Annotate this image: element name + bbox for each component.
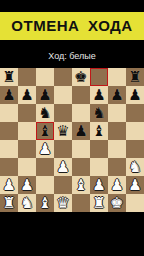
white-pawn-icon: ♟ bbox=[20, 176, 33, 194]
square-f5[interactable]: ♝ bbox=[90, 122, 108, 140]
square-g8[interactable] bbox=[108, 68, 126, 86]
square-f8[interactable] bbox=[90, 68, 108, 86]
square-d1[interactable]: ♛ bbox=[54, 194, 72, 212]
white-knight-icon: ♞ bbox=[20, 194, 33, 212]
square-d8[interactable] bbox=[54, 68, 72, 86]
black-king-icon: ♚ bbox=[74, 68, 87, 86]
square-d3[interactable]: ♟ bbox=[54, 158, 72, 176]
square-c3[interactable] bbox=[36, 158, 54, 176]
square-f3[interactable] bbox=[90, 158, 108, 176]
square-g2[interactable]: ♟ bbox=[108, 176, 126, 194]
square-c5[interactable]: ♝ bbox=[36, 122, 54, 140]
square-a7[interactable]: ♟ bbox=[0, 86, 18, 104]
square-g1[interactable]: ♚ bbox=[108, 194, 126, 212]
square-d5[interactable]: ♛ bbox=[54, 122, 72, 140]
square-a4[interactable] bbox=[0, 140, 18, 158]
turn-status-label: Ход: белые bbox=[0, 51, 144, 61]
square-h4[interactable] bbox=[126, 140, 144, 158]
square-a6[interactable] bbox=[0, 104, 18, 122]
black-pawn-icon: ♟ bbox=[20, 86, 33, 104]
square-f6[interactable]: ♞ bbox=[90, 104, 108, 122]
black-knight-icon: ♞ bbox=[38, 104, 51, 122]
black-pawn-icon: ♟ bbox=[110, 86, 123, 104]
square-h8[interactable]: ♜ bbox=[126, 68, 144, 86]
square-c2[interactable] bbox=[36, 176, 54, 194]
square-a2[interactable]: ♟ bbox=[0, 176, 18, 194]
square-c6[interactable]: ♞ bbox=[36, 104, 54, 122]
square-h7[interactable]: ♟ bbox=[126, 86, 144, 104]
square-h1[interactable] bbox=[126, 194, 144, 212]
square-d4[interactable] bbox=[54, 140, 72, 158]
square-g7[interactable]: ♟ bbox=[108, 86, 126, 104]
square-a5[interactable] bbox=[0, 122, 18, 140]
chess-board: ♜♚♜♟♟♟♟♟♟♞♞♝♛♟♝♟♟♞♟♟♝♟♟♟♜♞♝♛♜♚ bbox=[0, 68, 144, 212]
square-b6[interactable] bbox=[18, 104, 36, 122]
square-g6[interactable] bbox=[108, 104, 126, 122]
square-g5[interactable] bbox=[108, 122, 126, 140]
square-a3[interactable] bbox=[0, 158, 18, 176]
square-e3[interactable] bbox=[72, 158, 90, 176]
square-h5[interactable] bbox=[126, 122, 144, 140]
square-f7[interactable]: ♟ bbox=[90, 86, 108, 104]
square-e5[interactable]: ♟ bbox=[72, 122, 90, 140]
black-knight-icon: ♞ bbox=[92, 104, 105, 122]
white-king-icon: ♚ bbox=[110, 194, 123, 212]
square-e4[interactable] bbox=[72, 140, 90, 158]
white-queen-icon: ♛ bbox=[56, 194, 69, 212]
white-bishop-icon: ♝ bbox=[38, 194, 51, 212]
square-e8[interactable]: ♚ bbox=[72, 68, 90, 86]
square-c1[interactable]: ♝ bbox=[36, 194, 54, 212]
white-pawn-icon: ♟ bbox=[110, 176, 123, 194]
black-rook-icon: ♜ bbox=[128, 68, 141, 86]
square-e7[interactable] bbox=[72, 86, 90, 104]
square-c4[interactable]: ♟ bbox=[36, 140, 54, 158]
black-pawn-icon: ♟ bbox=[2, 86, 15, 104]
square-g3[interactable] bbox=[108, 158, 126, 176]
white-pawn-icon: ♟ bbox=[128, 176, 141, 194]
square-c8[interactable] bbox=[36, 68, 54, 86]
square-c7[interactable]: ♟ bbox=[36, 86, 54, 104]
square-h2[interactable]: ♟ bbox=[126, 176, 144, 194]
square-b7[interactable]: ♟ bbox=[18, 86, 36, 104]
black-rook-icon: ♜ bbox=[2, 68, 15, 86]
square-d2[interactable] bbox=[54, 176, 72, 194]
square-a8[interactable]: ♜ bbox=[0, 68, 18, 86]
square-g4[interactable] bbox=[108, 140, 126, 158]
square-e2[interactable]: ♝ bbox=[72, 176, 90, 194]
square-e1[interactable] bbox=[72, 194, 90, 212]
square-d7[interactable] bbox=[54, 86, 72, 104]
square-f2[interactable]: ♟ bbox=[90, 176, 108, 194]
square-h6[interactable] bbox=[126, 104, 144, 122]
white-pawn-icon: ♟ bbox=[92, 176, 105, 194]
white-pawn-icon: ♟ bbox=[38, 140, 51, 158]
square-h3[interactable]: ♞ bbox=[126, 158, 144, 176]
black-pawn-icon: ♟ bbox=[74, 122, 87, 140]
square-b2[interactable]: ♟ bbox=[18, 176, 36, 194]
black-pawn-icon: ♟ bbox=[38, 86, 51, 104]
square-f1[interactable]: ♜ bbox=[90, 194, 108, 212]
white-pawn-icon: ♟ bbox=[56, 158, 69, 176]
white-bishop-icon: ♝ bbox=[74, 176, 87, 194]
square-b3[interactable] bbox=[18, 158, 36, 176]
white-rook-icon: ♜ bbox=[92, 194, 105, 212]
black-bishop-icon: ♝ bbox=[92, 122, 105, 140]
square-b8[interactable] bbox=[18, 68, 36, 86]
square-b1[interactable]: ♞ bbox=[18, 194, 36, 212]
square-e6[interactable] bbox=[72, 104, 90, 122]
square-d6[interactable] bbox=[54, 104, 72, 122]
black-bishop-icon: ♝ bbox=[38, 122, 51, 140]
square-b4[interactable] bbox=[18, 140, 36, 158]
black-pawn-icon: ♟ bbox=[128, 86, 141, 104]
white-knight-icon: ♞ bbox=[128, 158, 141, 176]
undo-move-button[interactable]: ОТМЕНА ХОДА bbox=[0, 12, 144, 40]
black-queen-icon: ♛ bbox=[56, 122, 69, 140]
white-rook-icon: ♜ bbox=[2, 194, 15, 212]
white-pawn-icon: ♟ bbox=[2, 176, 15, 194]
black-pawn-icon: ♟ bbox=[92, 86, 105, 104]
square-f4[interactable] bbox=[90, 140, 108, 158]
square-a1[interactable]: ♜ bbox=[0, 194, 18, 212]
square-b5[interactable] bbox=[18, 122, 36, 140]
